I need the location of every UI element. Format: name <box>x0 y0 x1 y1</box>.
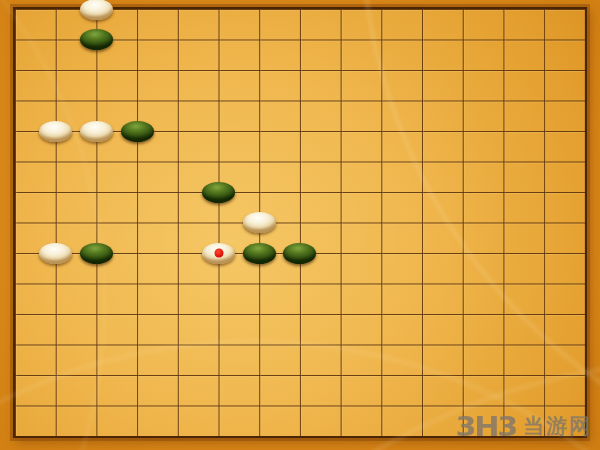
intersection-6-7[interactable] <box>239 207 280 238</box>
intersection-2-0[interactable] <box>76 0 117 24</box>
watermark: 3H3 当游网 <box>462 413 592 440</box>
watermark-logo: 3H3 <box>455 413 516 440</box>
intersection-1-4[interactable] <box>35 116 76 147</box>
green-stone <box>243 243 276 264</box>
white-stone <box>80 121 113 142</box>
intersection-2-1[interactable] <box>76 24 117 55</box>
green-stone <box>80 243 113 264</box>
intersection-2-8[interactable] <box>76 238 117 269</box>
intersection-6-8[interactable] <box>239 238 280 269</box>
white-stone <box>39 243 72 264</box>
green-stone <box>121 121 154 142</box>
game-screen: 3H3 当游网 <box>0 0 600 450</box>
white-stone <box>39 121 72 142</box>
white-stone <box>243 212 276 233</box>
intersection-2-4[interactable] <box>76 116 117 147</box>
stone-layer <box>0 0 600 450</box>
white-stone <box>202 243 235 264</box>
white-stone <box>80 0 113 20</box>
last-move-marker <box>214 249 223 258</box>
green-stone <box>202 182 235 203</box>
intersection-5-6[interactable] <box>198 177 239 208</box>
watermark-site-name: 当游网 <box>523 416 592 437</box>
gomoku-board[interactable] <box>13 7 587 438</box>
intersection-5-8[interactable] <box>198 238 239 269</box>
green-stone <box>80 29 113 50</box>
intersection-7-8[interactable] <box>280 238 321 269</box>
intersection-1-8[interactable] <box>35 238 76 269</box>
intersection-3-4[interactable] <box>117 116 158 147</box>
green-stone <box>283 243 316 264</box>
